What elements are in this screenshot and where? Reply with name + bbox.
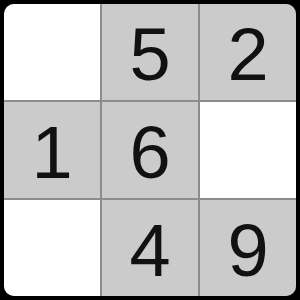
cell-value: 4 <box>129 214 170 288</box>
sudoku-cell[interactable]: 2 <box>200 4 296 100</box>
sudoku-cell[interactable]: 1 <box>4 102 100 198</box>
cell-value: 9 <box>227 214 268 288</box>
sudoku-cell[interactable] <box>4 200 100 296</box>
cell-value: 2 <box>227 18 268 92</box>
sudoku-cell[interactable]: 5 <box>102 4 198 100</box>
sudoku-cell[interactable] <box>4 4 100 100</box>
sudoku-cell[interactable] <box>200 102 296 198</box>
board-frame: 5 2 1 6 4 9 <box>0 0 300 300</box>
sudoku-cell[interactable]: 6 <box>102 102 198 198</box>
cell-value: 1 <box>31 116 72 190</box>
sudoku-board: 5 2 1 6 4 9 <box>4 4 296 296</box>
sudoku-cell[interactable]: 4 <box>102 200 198 296</box>
sudoku-cell[interactable]: 9 <box>200 200 296 296</box>
cell-value: 6 <box>129 116 170 190</box>
cell-value: 5 <box>129 18 170 92</box>
